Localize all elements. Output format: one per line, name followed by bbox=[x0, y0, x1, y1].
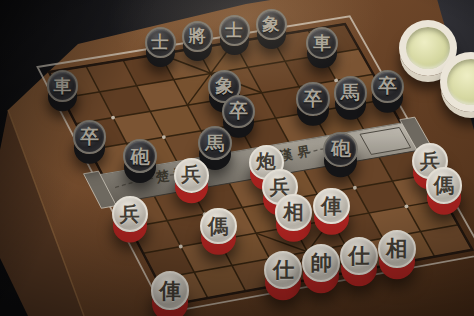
piece-black-soldier-i7[interactable]: 卒 bbox=[371, 70, 404, 103]
piece-black-elephant-g10[interactable]: 象 bbox=[256, 9, 287, 40]
piece-character: 士 bbox=[225, 22, 242, 39]
piece-red-elephant-g1[interactable]: 相 bbox=[378, 230, 416, 268]
piece-character: 帥 bbox=[311, 252, 332, 273]
piece-character: 仕 bbox=[348, 245, 369, 266]
piece-character: 車 bbox=[313, 34, 331, 52]
piece-black-advisor-d10[interactable]: 士 bbox=[145, 27, 176, 58]
piece-character: 砲 bbox=[131, 147, 150, 166]
piece-black-advisor-f10[interactable]: 士 bbox=[219, 15, 250, 46]
piece-character: 兵 bbox=[120, 204, 140, 224]
piece-character: 相 bbox=[386, 238, 407, 259]
piece-red-soldier-c5[interactable]: 兵 bbox=[174, 158, 209, 193]
piece-red-soldier-a4[interactable]: 兵 bbox=[112, 196, 148, 232]
piece-red-advisor-f1[interactable]: 仕 bbox=[340, 237, 378, 275]
scene-background: 楚河漢界 士將士象車車象卒卒卒馬卒砲馬砲兵炮兵兵兵傌相俥傌俥仕帥仕相 bbox=[0, 0, 474, 316]
piece-character: 炮 bbox=[256, 152, 276, 172]
piece-character: 俥 bbox=[159, 280, 180, 301]
piece-character: 卒 bbox=[229, 102, 248, 121]
piece-black-chariot-a9[interactable]: 車 bbox=[47, 70, 79, 102]
piece-red-chariot-f3[interactable]: 俥 bbox=[313, 188, 350, 225]
piece-character: 傌 bbox=[434, 175, 454, 196]
piece-character: 俥 bbox=[321, 196, 341, 217]
piece-red-horse-c3[interactable]: 傌 bbox=[200, 208, 237, 245]
piece-character: 傌 bbox=[208, 216, 228, 237]
piece-black-cannon-g5[interactable]: 砲 bbox=[323, 132, 358, 167]
piece-character: 卒 bbox=[80, 128, 99, 147]
piece-character: 馬 bbox=[205, 134, 224, 153]
piece-black-soldier-a7[interactable]: 卒 bbox=[73, 120, 106, 153]
piece-character: 卒 bbox=[378, 77, 397, 96]
piece-character: 象 bbox=[262, 16, 279, 33]
piece-black-horse-d6[interactable]: 馬 bbox=[198, 126, 232, 160]
piece-black-horse-h7[interactable]: 馬 bbox=[334, 76, 367, 109]
piece-red-chariot-a1[interactable]: 俥 bbox=[151, 271, 189, 309]
piece-character: 將 bbox=[188, 28, 205, 45]
piece-black-soldier-g7[interactable]: 卒 bbox=[296, 82, 329, 115]
piece-red-elephant-e3[interactable]: 相 bbox=[275, 194, 312, 231]
piece-character: 士 bbox=[151, 34, 168, 51]
piece-character: 象 bbox=[215, 77, 233, 95]
piece-black-chariot-h9[interactable]: 車 bbox=[306, 27, 338, 59]
piece-black-soldier-e7[interactable]: 卒 bbox=[222, 95, 255, 128]
piece-black-cannon-b6[interactable]: 砲 bbox=[123, 139, 157, 173]
piece-character: 車 bbox=[54, 77, 72, 95]
piece-character: 仕 bbox=[273, 259, 294, 280]
piece-red-advisor-d1[interactable]: 仕 bbox=[264, 251, 302, 289]
piece-character: 卒 bbox=[304, 90, 323, 109]
piece-character: 相 bbox=[283, 202, 303, 223]
piece-red-horse-i3[interactable]: 傌 bbox=[426, 167, 463, 204]
piece-red-general-e1[interactable]: 帥 bbox=[302, 244, 340, 282]
piece-character: 馬 bbox=[341, 84, 360, 103]
piece-black-general-e10[interactable]: 將 bbox=[182, 21, 213, 52]
piece-character: 兵 bbox=[181, 165, 201, 185]
piece-character: 砲 bbox=[331, 139, 351, 159]
